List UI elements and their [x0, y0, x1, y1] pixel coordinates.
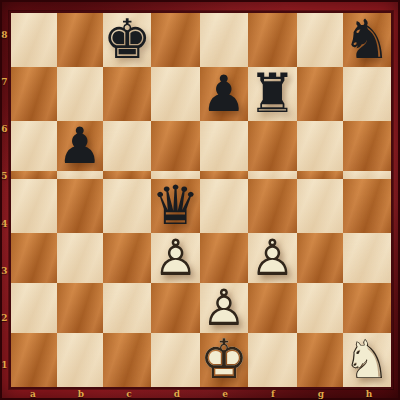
square-h6[interactable]: [343, 121, 391, 171]
square-b6[interactable]: ♟: [57, 121, 103, 171]
rank-label-5: 5: [0, 153, 9, 200]
square-f8[interactable]: [248, 13, 296, 67]
square-b4[interactable]: [57, 179, 103, 233]
square-a6[interactable]: [11, 121, 57, 171]
black-pawn-b6[interactable]: ♟: [58, 121, 103, 171]
square-e2[interactable]: ♟♙: [200, 283, 248, 333]
square-f1[interactable]: [248, 333, 296, 387]
square-h4[interactable]: [343, 179, 391, 233]
file-label-b: b: [57, 387, 105, 400]
square-e3[interactable]: [200, 233, 248, 283]
square-e5[interactable]: [200, 171, 248, 179]
square-b3[interactable]: [57, 233, 103, 283]
square-g7[interactable]: [297, 67, 343, 121]
chess-board-window: ♚♞♟♜♟♛♟♙♟♙♟♙♚♔♞♘ 87654321 abcdefgh: [0, 0, 400, 400]
square-g3[interactable]: [297, 233, 343, 283]
black-queen-glyph: ♛: [151, 174, 199, 237]
white-pawn-d3[interactable]: ♟♙: [153, 233, 198, 283]
square-e6[interactable]: [200, 121, 248, 171]
square-f7[interactable]: ♜: [248, 67, 296, 121]
square-a8[interactable]: [11, 13, 57, 67]
square-b7[interactable]: [57, 67, 103, 121]
square-a2[interactable]: [11, 283, 57, 333]
square-b2[interactable]: [57, 283, 103, 333]
rank-label-1: 1: [0, 342, 9, 389]
square-f5[interactable]: [248, 171, 296, 179]
white-pawn-f3[interactable]: ♟♙: [250, 233, 295, 283]
square-h7[interactable]: [343, 67, 391, 121]
square-f4[interactable]: [248, 179, 296, 233]
black-rook-f7[interactable]: ♜: [248, 67, 296, 121]
square-d3[interactable]: ♟♙: [151, 233, 199, 283]
square-h1[interactable]: ♞♘: [343, 333, 391, 387]
square-c4[interactable]: [103, 179, 151, 233]
black-pawn-e7[interactable]: ♟: [202, 69, 247, 119]
rank-label-2: 2: [0, 295, 9, 342]
black-rook-glyph: ♜: [248, 62, 296, 125]
file-label-d: d: [153, 387, 201, 400]
black-knight-glyph: ♞: [343, 8, 391, 71]
white-king-e1[interactable]: ♚♔: [200, 333, 248, 387]
white-pawn-e2[interactable]: ♟♙: [202, 283, 247, 333]
square-c7[interactable]: [103, 67, 151, 121]
square-h2[interactable]: [343, 283, 391, 333]
square-f6[interactable]: [248, 121, 296, 171]
file-label-a: a: [9, 387, 57, 400]
square-d1[interactable]: [151, 333, 199, 387]
square-h3[interactable]: [343, 233, 391, 283]
square-g8[interactable]: [297, 13, 343, 67]
file-labels: abcdefgh: [9, 387, 393, 400]
square-a7[interactable]: [11, 67, 57, 121]
square-a4[interactable]: [11, 179, 57, 233]
square-f2[interactable]: [248, 283, 296, 333]
square-c2[interactable]: [103, 283, 151, 333]
black-knight-h8[interactable]: ♞: [343, 13, 391, 67]
rank-labels: 87654321: [0, 11, 9, 389]
square-a5[interactable]: [11, 171, 57, 179]
square-c6[interactable]: [103, 121, 151, 171]
rank-label-3: 3: [0, 247, 9, 294]
square-g2[interactable]: [297, 283, 343, 333]
square-c1[interactable]: [103, 333, 151, 387]
square-a1[interactable]: [11, 333, 57, 387]
black-pawn-glyph: ♟: [58, 117, 103, 175]
square-c5[interactable]: [103, 171, 151, 179]
white-knight-outline: ♘: [343, 333, 391, 387]
square-d6[interactable]: [151, 121, 199, 171]
square-c8[interactable]: ♚: [103, 13, 151, 67]
square-e1[interactable]: ♚♔: [200, 333, 248, 387]
square-g1[interactable]: [297, 333, 343, 387]
square-d4[interactable]: ♛: [151, 179, 199, 233]
black-pawn-glyph: ♟: [202, 65, 247, 123]
rank-label-6: 6: [0, 106, 9, 153]
file-label-g: g: [297, 387, 345, 400]
square-h5[interactable]: [343, 171, 391, 179]
square-h8[interactable]: ♞: [343, 13, 391, 67]
square-e8[interactable]: [200, 13, 248, 67]
white-king-outline: ♔: [200, 333, 248, 387]
board-frame: ♚♞♟♜♟♛♟♙♟♙♟♙♚♔♞♘: [9, 11, 393, 389]
square-g5[interactable]: [297, 171, 343, 179]
rank-label-7: 7: [0, 58, 9, 105]
rank-label-8: 8: [0, 11, 9, 58]
black-king-glyph: ♚: [103, 8, 151, 71]
file-label-c: c: [105, 387, 153, 400]
white-pawn-outline: ♙: [153, 233, 198, 283]
square-d7[interactable]: [151, 67, 199, 121]
square-d2[interactable]: [151, 283, 199, 333]
square-g4[interactable]: [297, 179, 343, 233]
square-g6[interactable]: [297, 121, 343, 171]
file-label-e: e: [201, 387, 249, 400]
square-b1[interactable]: [57, 333, 103, 387]
square-c3[interactable]: [103, 233, 151, 283]
black-king-c8[interactable]: ♚: [103, 13, 151, 67]
black-queen-d4[interactable]: ♛: [151, 179, 199, 233]
square-f3[interactable]: ♟♙: [248, 233, 296, 283]
file-label-f: f: [249, 387, 297, 400]
square-e4[interactable]: [200, 179, 248, 233]
white-knight-h1[interactable]: ♞♘: [343, 333, 391, 387]
rank-label-4: 4: [0, 200, 9, 247]
square-d8[interactable]: [151, 13, 199, 67]
square-e7[interactable]: ♟: [200, 67, 248, 121]
square-a3[interactable]: [11, 233, 57, 283]
square-b8[interactable]: [57, 13, 103, 67]
file-label-h: h: [345, 387, 393, 400]
white-pawn-outline: ♙: [202, 283, 247, 333]
chess-board: ♚♞♟♜♟♛♟♙♟♙♟♙♚♔♞♘: [11, 13, 391, 387]
white-pawn-outline: ♙: [250, 233, 295, 283]
